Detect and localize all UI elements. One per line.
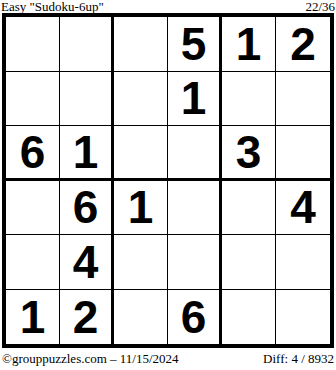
cell-r1c5-given: 1: [222, 17, 276, 72]
cell-r5c6-empty[interactable]: [276, 235, 330, 290]
cell-r4c4-empty[interactable]: [168, 181, 222, 236]
cell-r2c3-empty[interactable]: [114, 72, 168, 127]
header: Easy "Sudoku-6up" 22/36: [0, 0, 336, 13]
cell-r6c6-empty[interactable]: [276, 290, 330, 345]
cell-r5c1-empty[interactable]: [6, 235, 60, 290]
cell-r3c1-given: 6: [6, 126, 60, 181]
cell-r4c2-given: 6: [60, 181, 114, 236]
cell-r5c4-empty[interactable]: [168, 235, 222, 290]
cell-r6c4-given: 6: [168, 290, 222, 345]
cell-r5c5-empty[interactable]: [222, 235, 276, 290]
cell-r2c1-empty[interactable]: [6, 72, 60, 127]
cell-r3c4-empty[interactable]: [168, 126, 222, 181]
cell-r1c1-empty[interactable]: [6, 17, 60, 72]
cell-r2c6-empty[interactable]: [276, 72, 330, 127]
cell-r1c3-empty[interactable]: [114, 17, 168, 72]
cell-r4c1-empty[interactable]: [6, 181, 60, 236]
cell-r3c6-empty[interactable]: [276, 126, 330, 181]
cell-r4c5-empty[interactable]: [222, 181, 276, 236]
clue-counter: 22/36: [305, 0, 336, 13]
puzzle-title: Easy "Sudoku-6up": [0, 0, 104, 13]
cell-r3c3-empty[interactable]: [114, 126, 168, 181]
cell-r6c1-given: 1: [6, 290, 60, 345]
difficulty-text: Diff: 4 / 8932: [263, 352, 334, 366]
cell-r1c2-empty[interactable]: [60, 17, 114, 72]
sudoku-board: 51216136144126: [2, 13, 334, 348]
cell-r1c6-given: 2: [276, 17, 330, 72]
cell-r2c2-empty[interactable]: [60, 72, 114, 127]
cell-r3c2-given: 1: [60, 126, 114, 181]
copyright-text: ©grouppuzzles.com – 11/15/2024: [2, 352, 179, 366]
cell-r6c2-given: 2: [60, 290, 114, 345]
cell-r6c3-empty[interactable]: [114, 290, 168, 345]
cell-r5c3-empty[interactable]: [114, 235, 168, 290]
cell-r2c4-given: 1: [168, 72, 222, 127]
cell-r3c5-given: 3: [222, 126, 276, 181]
cell-r4c6-given: 4: [276, 181, 330, 236]
footer: ©grouppuzzles.com – 11/15/2024 Diff: 4 /…: [2, 352, 334, 366]
cell-r2c5-empty[interactable]: [222, 72, 276, 127]
cell-r1c4-given: 5: [168, 17, 222, 72]
cell-r6c5-empty[interactable]: [222, 290, 276, 345]
cell-r4c3-given: 1: [114, 181, 168, 236]
cell-r5c2-given: 4: [60, 235, 114, 290]
